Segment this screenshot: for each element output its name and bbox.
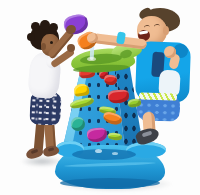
- overlay-arms: [0, 0, 200, 195]
- scene: [0, 0, 200, 195]
- water-splash-tray: [87, 57, 96, 61]
